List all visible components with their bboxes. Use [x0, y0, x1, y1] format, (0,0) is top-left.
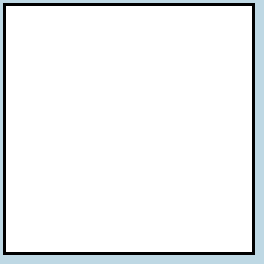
diagram-frame	[0, 0, 264, 264]
board-border	[3, 3, 255, 255]
chessboard	[6, 6, 252, 252]
